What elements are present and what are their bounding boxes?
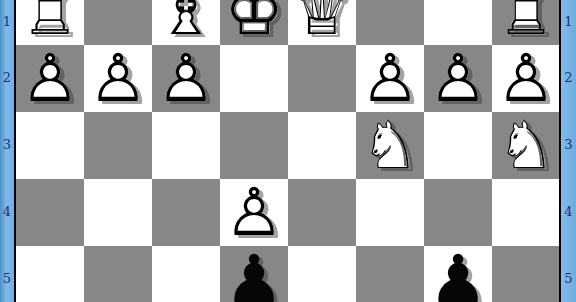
white-pawn-outline-glyph: ♙ — [84, 45, 152, 113]
square-h3[interactable] — [16, 112, 84, 179]
square-h1[interactable]: ♜♖ — [16, 0, 84, 45]
chess-diagram: 12345 ♜♖♝♗♚♔♛♕♜♖♟♙♟♙♟♙♟♙♟♙♟♙♞♘♞♘♟♙♟♟ 123… — [0, 0, 576, 302]
square-b4[interactable] — [424, 179, 492, 246]
square-b5[interactable]: ♟ — [424, 246, 492, 302]
square-e4[interactable]: ♟♙ — [220, 179, 288, 246]
square-b3[interactable] — [424, 112, 492, 179]
square-a3[interactable]: ♞♘ — [492, 112, 560, 179]
rank-label-right-5: 5 — [561, 271, 576, 287]
square-c3[interactable]: ♞♘ — [356, 112, 424, 179]
square-d3[interactable] — [288, 112, 356, 179]
square-a5[interactable] — [492, 246, 560, 302]
piece-white-rook-h1[interactable]: ♜♖ — [16, 0, 84, 46]
piece-white-knight-c3[interactable]: ♞♘ — [356, 112, 424, 180]
square-f4[interactable] — [152, 179, 220, 246]
square-b2[interactable]: ♟♙ — [424, 45, 492, 112]
rank-label-left-4: 4 — [0, 204, 14, 220]
white-queen-outline-glyph: ♕ — [288, 0, 356, 46]
piece-black-pawn-b5[interactable]: ♟ — [424, 246, 492, 302]
square-c4[interactable] — [356, 179, 424, 246]
square-d5[interactable] — [288, 246, 356, 302]
piece-white-pawn-g2[interactable]: ♟♙ — [84, 45, 152, 113]
rank-label-left-3: 3 — [0, 137, 14, 153]
rank-label-right-4: 4 — [561, 204, 576, 220]
white-pawn-outline-glyph: ♙ — [220, 179, 288, 247]
square-f5[interactable] — [152, 246, 220, 302]
piece-white-pawn-e4[interactable]: ♟♙ — [220, 179, 288, 247]
piece-white-pawn-f2[interactable]: ♟♙ — [152, 45, 220, 113]
square-g5[interactable] — [84, 246, 152, 302]
white-knight-outline-glyph: ♘ — [492, 112, 560, 180]
white-knight-outline-glyph: ♘ — [356, 112, 424, 180]
white-bishop-outline-glyph: ♗ — [152, 0, 220, 46]
square-e1[interactable]: ♚♔ — [220, 0, 288, 45]
white-pawn-outline-glyph: ♙ — [356, 45, 424, 113]
square-f1[interactable]: ♝♗ — [152, 0, 220, 45]
square-d1[interactable]: ♛♕ — [288, 0, 356, 45]
rank-label-right-2: 2 — [561, 70, 576, 86]
white-rook-outline-glyph: ♖ — [16, 0, 84, 46]
square-h2[interactable]: ♟♙ — [16, 45, 84, 112]
square-h4[interactable] — [16, 179, 84, 246]
square-f2[interactable]: ♟♙ — [152, 45, 220, 112]
rank-coordinate-strip-left: 12345 — [0, 0, 14, 302]
square-g2[interactable]: ♟♙ — [84, 45, 152, 112]
white-pawn-outline-glyph: ♙ — [152, 45, 220, 113]
rank-label-right-3: 3 — [561, 137, 576, 153]
rank-label-left-2: 2 — [0, 70, 14, 86]
square-g1[interactable] — [84, 0, 152, 45]
square-a2[interactable]: ♟♙ — [492, 45, 560, 112]
white-pawn-outline-glyph: ♙ — [492, 45, 560, 113]
square-h5[interactable] — [16, 246, 84, 302]
square-b1[interactable] — [424, 0, 492, 45]
white-king-outline-glyph: ♔ — [220, 0, 288, 46]
square-g4[interactable] — [84, 179, 152, 246]
piece-white-pawn-c2[interactable]: ♟♙ — [356, 45, 424, 113]
piece-white-queen-d1[interactable]: ♛♕ — [288, 0, 356, 46]
piece-white-pawn-a2[interactable]: ♟♙ — [492, 45, 560, 113]
piece-white-knight-a3[interactable]: ♞♘ — [492, 112, 560, 180]
piece-white-pawn-b2[interactable]: ♟♙ — [424, 45, 492, 113]
white-pawn-outline-glyph: ♙ — [16, 45, 84, 113]
square-a4[interactable] — [492, 179, 560, 246]
chess-board-frame: ♜♖♝♗♚♔♛♕♜♖♟♙♟♙♟♙♟♙♟♙♟♙♞♘♞♘♟♙♟♟ — [14, 0, 561, 302]
square-e5[interactable]: ♟ — [220, 246, 288, 302]
piece-white-pawn-h2[interactable]: ♟♙ — [16, 45, 84, 113]
chess-board: ♜♖♝♗♚♔♛♕♜♖♟♙♟♙♟♙♟♙♟♙♟♙♞♘♞♘♟♙♟♟ — [16, 0, 559, 302]
rank-label-right-1: 1 — [561, 14, 576, 30]
square-c5[interactable] — [356, 246, 424, 302]
piece-white-rook-a1[interactable]: ♜♖ — [492, 0, 560, 46]
piece-white-bishop-f1[interactable]: ♝♗ — [152, 0, 220, 46]
black-pawn-glyph: ♟ — [220, 246, 288, 302]
white-rook-outline-glyph: ♖ — [492, 0, 560, 46]
black-pawn-glyph: ♟ — [424, 246, 492, 302]
square-c1[interactable] — [356, 0, 424, 45]
square-d2[interactable] — [288, 45, 356, 112]
square-e3[interactable] — [220, 112, 288, 179]
rank-label-left-1: 1 — [0, 14, 14, 30]
rank-label-left-5: 5 — [0, 271, 14, 287]
square-e2[interactable] — [220, 45, 288, 112]
rank-coordinate-strip-right: 12345 — [561, 0, 576, 302]
square-c2[interactable]: ♟♙ — [356, 45, 424, 112]
square-g3[interactable] — [84, 112, 152, 179]
square-a1[interactable]: ♜♖ — [492, 0, 560, 45]
piece-white-king-e1[interactable]: ♚♔ — [220, 0, 288, 46]
square-d4[interactable] — [288, 179, 356, 246]
piece-black-pawn-e5[interactable]: ♟ — [220, 246, 288, 302]
square-f3[interactable] — [152, 112, 220, 179]
white-pawn-outline-glyph: ♙ — [424, 45, 492, 113]
